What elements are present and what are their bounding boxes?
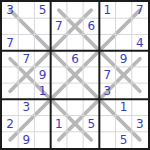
cell-r5c4[interactable] xyxy=(51,67,67,83)
cell-r2c2[interactable] xyxy=(18,18,34,34)
cell-r1c7: 1 xyxy=(99,2,115,18)
cell-r8c9: 3 xyxy=(132,116,148,132)
cell-r6c9[interactable] xyxy=(132,83,148,99)
cell-r4c1[interactable] xyxy=(2,51,18,67)
cell-r8c1: 2 xyxy=(2,116,18,132)
cell-r2c1[interactable] xyxy=(2,18,18,34)
cell-r9c9[interactable] xyxy=(132,132,148,148)
cell-r9c4[interactable] xyxy=(51,132,67,148)
cell-r1c5[interactable] xyxy=(67,2,83,18)
cell-r3c4[interactable] xyxy=(51,34,67,50)
cell-r8c5[interactable] xyxy=(67,116,83,132)
cell-r5c1[interactable] xyxy=(2,67,18,83)
cell-r6c2[interactable] xyxy=(18,83,34,99)
cell-r6c5[interactable] xyxy=(67,83,83,99)
cell-r4c3[interactable] xyxy=(34,51,50,67)
cell-r8c7[interactable] xyxy=(99,116,115,132)
cell-r3c1: 7 xyxy=(2,34,18,50)
cell-r3c6[interactable] xyxy=(83,34,99,50)
cell-r4c5: 6 xyxy=(67,51,83,67)
cell-r2c5[interactable] xyxy=(67,18,83,34)
cell-r8c4: 1 xyxy=(51,116,67,132)
cell-r3c2[interactable] xyxy=(18,34,34,50)
cell-r6c4[interactable] xyxy=(51,83,67,99)
sudoku-grid: 35177674769971331215395 xyxy=(2,2,148,148)
sudoku-board: 35177674769971331215395 xyxy=(0,0,150,150)
cell-r6c6[interactable] xyxy=(83,83,99,99)
cell-r7c7[interactable] xyxy=(99,99,115,115)
cell-r8c3[interactable] xyxy=(34,116,50,132)
cell-r1c2[interactable] xyxy=(18,2,34,18)
cell-r6c7: 3 xyxy=(99,83,115,99)
cell-r1c4[interactable] xyxy=(51,2,67,18)
cell-r1c6[interactable] xyxy=(83,2,99,18)
cell-r6c8[interactable] xyxy=(116,83,132,99)
cell-r7c5[interactable] xyxy=(67,99,83,115)
cell-r6c1[interactable] xyxy=(2,83,18,99)
cell-r5c8[interactable] xyxy=(116,67,132,83)
cell-r1c9: 7 xyxy=(132,2,148,18)
cell-r9c7[interactable] xyxy=(99,132,115,148)
cell-r2c9[interactable] xyxy=(132,18,148,34)
cell-r4c9[interactable] xyxy=(132,51,148,67)
cell-r4c7[interactable] xyxy=(99,51,115,67)
cell-r3c7[interactable] xyxy=(99,34,115,50)
cell-r2c8[interactable] xyxy=(116,18,132,34)
cell-r4c8: 9 xyxy=(116,51,132,67)
cell-r9c3[interactable] xyxy=(34,132,50,148)
cell-r5c7: 7 xyxy=(99,67,115,83)
cell-r7c2: 3 xyxy=(18,99,34,115)
cell-r1c8[interactable] xyxy=(116,2,132,18)
cell-r1c3: 5 xyxy=(34,2,50,18)
cell-r5c9[interactable] xyxy=(132,67,148,83)
cell-r1c1: 3 xyxy=(2,2,18,18)
cell-r7c3[interactable] xyxy=(34,99,50,115)
cell-r2c4: 7 xyxy=(51,18,67,34)
cell-r5c5[interactable] xyxy=(67,67,83,83)
cell-r4c6[interactable] xyxy=(83,51,99,67)
cell-r4c4[interactable] xyxy=(51,51,67,67)
cell-r9c6[interactable] xyxy=(83,132,99,148)
cell-r8c8[interactable] xyxy=(116,116,132,132)
cell-r9c1[interactable] xyxy=(2,132,18,148)
cell-r7c4[interactable] xyxy=(51,99,67,115)
cell-r5c2[interactable] xyxy=(18,67,34,83)
cell-r2c7[interactable] xyxy=(99,18,115,34)
cell-r6c3: 1 xyxy=(34,83,50,99)
cell-r7c8: 1 xyxy=(116,99,132,115)
cell-r9c5[interactable] xyxy=(67,132,83,148)
cell-r5c6[interactable] xyxy=(83,67,99,83)
cell-r9c8: 5 xyxy=(116,132,132,148)
cell-r7c9[interactable] xyxy=(132,99,148,115)
cell-r3c9: 4 xyxy=(132,34,148,50)
cell-r2c3[interactable] xyxy=(34,18,50,34)
cell-r3c5[interactable] xyxy=(67,34,83,50)
cell-r7c1[interactable] xyxy=(2,99,18,115)
cell-r7c6[interactable] xyxy=(83,99,99,115)
cell-r9c2: 9 xyxy=(18,132,34,148)
cell-r8c2[interactable] xyxy=(18,116,34,132)
cell-r8c6: 5 xyxy=(83,116,99,132)
cell-r4c2: 7 xyxy=(18,51,34,67)
cell-r2c6: 6 xyxy=(83,18,99,34)
cell-r3c3[interactable] xyxy=(34,34,50,50)
cell-r3c8[interactable] xyxy=(116,34,132,50)
cell-r5c3: 9 xyxy=(34,67,50,83)
